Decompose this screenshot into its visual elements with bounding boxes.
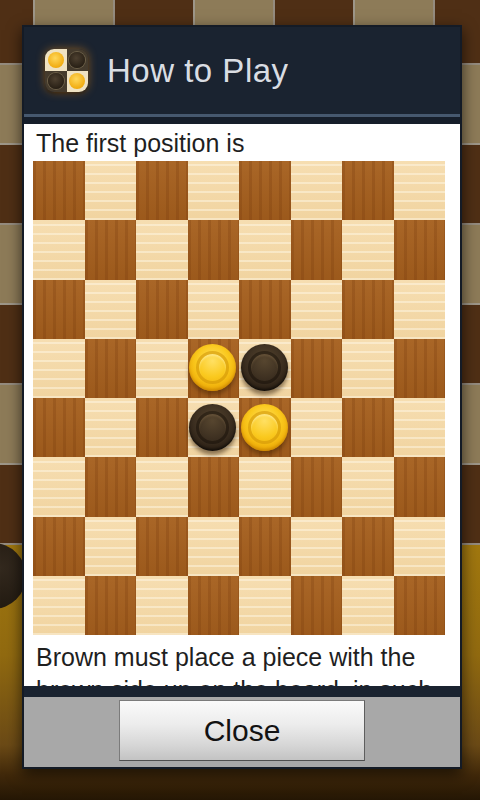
brown-piece <box>241 344 288 391</box>
board-cell <box>33 457 85 516</box>
board-cell <box>342 398 394 457</box>
brown-piece <box>189 404 236 451</box>
app-icon <box>45 49 88 92</box>
board-cell <box>291 220 343 279</box>
board-cell <box>136 161 188 220</box>
board-cell <box>33 339 85 398</box>
dark-disc-icon <box>48 73 64 89</box>
board-cell <box>394 280 446 339</box>
board-cell <box>239 280 291 339</box>
board-cell <box>33 280 85 339</box>
dark-disc-icon <box>69 52 85 68</box>
app-icon-quadrant <box>67 49 89 71</box>
button-panel: Close <box>24 697 460 767</box>
board-cell <box>239 220 291 279</box>
board-cell <box>239 398 291 457</box>
board-cell <box>342 457 394 516</box>
yellow-disc-icon <box>69 73 85 89</box>
board-cell <box>85 339 137 398</box>
board-cell <box>291 398 343 457</box>
board-cell <box>291 576 343 635</box>
board-cell <box>136 576 188 635</box>
board-cell <box>188 220 240 279</box>
body-text: Brown must place a piece with the brown … <box>36 641 448 686</box>
board-cell <box>33 398 85 457</box>
board-cell <box>33 161 85 220</box>
board-cell <box>188 457 240 516</box>
board-cell <box>291 339 343 398</box>
board-cell <box>239 517 291 576</box>
board-cell <box>136 280 188 339</box>
board-cell <box>136 517 188 576</box>
board-cell <box>342 161 394 220</box>
how-to-play-dialog: How to Play The first position is Brown … <box>22 25 462 769</box>
panel-top-strip <box>24 686 460 697</box>
app-icon-quadrant <box>45 71 67 93</box>
intro-text: The first position is <box>36 129 460 158</box>
board-cell <box>394 576 446 635</box>
board-cell <box>342 339 394 398</box>
board-cell <box>136 339 188 398</box>
board-cell <box>291 280 343 339</box>
board-cell <box>85 517 137 576</box>
board-cell <box>85 161 137 220</box>
board-cell <box>85 576 137 635</box>
board-cell <box>85 280 137 339</box>
close-button[interactable]: Close <box>119 700 365 761</box>
board-cell <box>239 457 291 516</box>
board-cell <box>239 576 291 635</box>
dialog-titlebar: How to Play <box>24 27 460 114</box>
board-cell <box>394 161 446 220</box>
board-cell <box>394 517 446 576</box>
board-cell <box>394 339 446 398</box>
yellow-piece <box>241 404 288 451</box>
title-divider-lower <box>24 117 460 124</box>
board-cell <box>239 161 291 220</box>
app-icon-quadrant <box>45 49 67 71</box>
board-cell <box>291 457 343 516</box>
board-cell <box>342 576 394 635</box>
board-cell <box>188 398 240 457</box>
yellow-piece <box>189 344 236 391</box>
board-cell <box>291 517 343 576</box>
board-cell <box>188 576 240 635</box>
board-cell <box>33 576 85 635</box>
board-cell <box>342 517 394 576</box>
board-cell <box>188 517 240 576</box>
board-cell <box>394 398 446 457</box>
board-cell <box>33 517 85 576</box>
othello-board <box>33 161 445 635</box>
board-cell <box>291 161 343 220</box>
board-cell <box>85 457 137 516</box>
board-cell <box>239 339 291 398</box>
board-cell <box>188 161 240 220</box>
board-cell <box>85 398 137 457</box>
app-icon-quadrant <box>67 71 89 93</box>
dialog-title: How to Play <box>107 52 289 90</box>
board-cell <box>394 457 446 516</box>
board-cell <box>136 398 188 457</box>
board-cell <box>342 280 394 339</box>
board-cell <box>85 220 137 279</box>
board-cell <box>188 280 240 339</box>
dialog-content: The first position is Brown must place a… <box>24 124 460 686</box>
board-cell <box>188 339 240 398</box>
screen: { "game": "Othello / Reversi (checkers-s… <box>0 0 480 800</box>
board-cell <box>342 220 394 279</box>
yellow-disc-icon <box>48 52 64 68</box>
board-cell <box>136 457 188 516</box>
board-cell <box>394 220 446 279</box>
board-cell <box>33 220 85 279</box>
board-cell <box>136 220 188 279</box>
